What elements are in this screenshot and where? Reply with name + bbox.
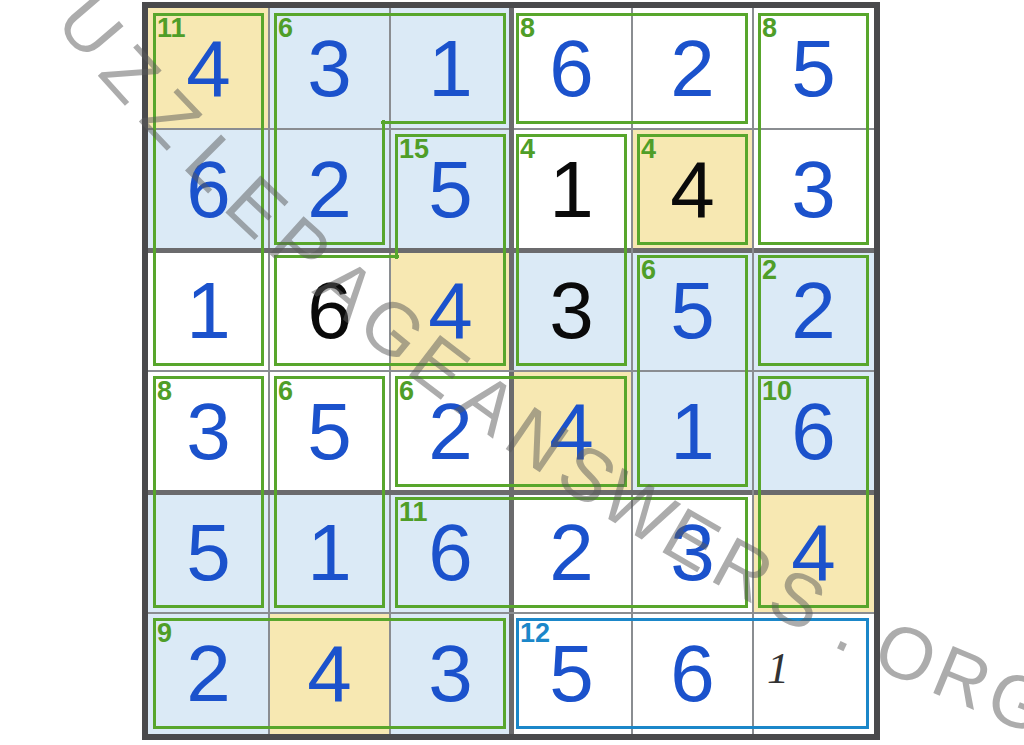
- cell-r2c2[interactable]: [269, 129, 390, 250]
- cell-r5c1[interactable]: [148, 492, 269, 613]
- cell-r6c4[interactable]: [511, 613, 632, 734]
- cell-r6c6[interactable]: [753, 613, 874, 734]
- cell-r3c4[interactable]: [511, 250, 632, 371]
- cell-r6c1[interactable]: [148, 613, 269, 734]
- watermark-letter: G: [978, 657, 1024, 745]
- cell-r3c3[interactable]: [390, 250, 511, 371]
- watermark-letter: P: [8, 0, 97, 22]
- cell-r2c6[interactable]: [753, 129, 874, 250]
- cell-r2c4[interactable]: [511, 129, 632, 250]
- cell-r6c2[interactable]: [269, 613, 390, 734]
- cell-r4c2[interactable]: [269, 371, 390, 492]
- cell-r5c3[interactable]: [390, 492, 511, 613]
- cell-r5c4[interactable]: [511, 492, 632, 613]
- cell-r1c4[interactable]: [511, 8, 632, 129]
- cell-r5c2[interactable]: [269, 492, 390, 613]
- cell-r1c1[interactable]: [148, 8, 269, 129]
- cell-r3c6[interactable]: [753, 250, 874, 371]
- cell-r4c1[interactable]: [148, 371, 269, 492]
- grid-line-horizontal: [148, 370, 874, 372]
- cell-r1c5[interactable]: [632, 8, 753, 129]
- cell-r1c3[interactable]: [390, 8, 511, 129]
- grid-line-horizontal: [148, 490, 874, 495]
- killer-sudoku-board: 1168815446286610119124316256251431643523…: [142, 2, 880, 740]
- app-canvas: 1168815446286610119124316256251431643523…: [0, 0, 1024, 745]
- grid-line-vertical: [631, 8, 633, 734]
- cell-r6c3[interactable]: [390, 613, 511, 734]
- cell-r2c5[interactable]: [632, 129, 753, 250]
- cell-r6c5[interactable]: [632, 613, 753, 734]
- cell-r4c3[interactable]: [390, 371, 511, 492]
- cell-r2c3[interactable]: [390, 129, 511, 250]
- grid-line-horizontal: [148, 612, 874, 614]
- cell-r3c5[interactable]: [632, 250, 753, 371]
- cell-r5c6[interactable]: [753, 492, 874, 613]
- cell-r3c2[interactable]: [269, 250, 390, 371]
- cell-r2c1[interactable]: [148, 129, 269, 250]
- cell-r3c1[interactable]: [148, 250, 269, 371]
- cell-r1c6[interactable]: [753, 8, 874, 129]
- cell-r4c4[interactable]: [511, 371, 632, 492]
- cell-r1c2[interactable]: [269, 8, 390, 129]
- cell-r4c6[interactable]: [753, 371, 874, 492]
- grid-line-vertical: [752, 8, 754, 734]
- cell-r5c5[interactable]: [632, 492, 753, 613]
- watermark-letter: U: [45, 0, 136, 72]
- cell-r4c5[interactable]: [632, 371, 753, 492]
- watermark-letter: R: [923, 634, 1001, 723]
